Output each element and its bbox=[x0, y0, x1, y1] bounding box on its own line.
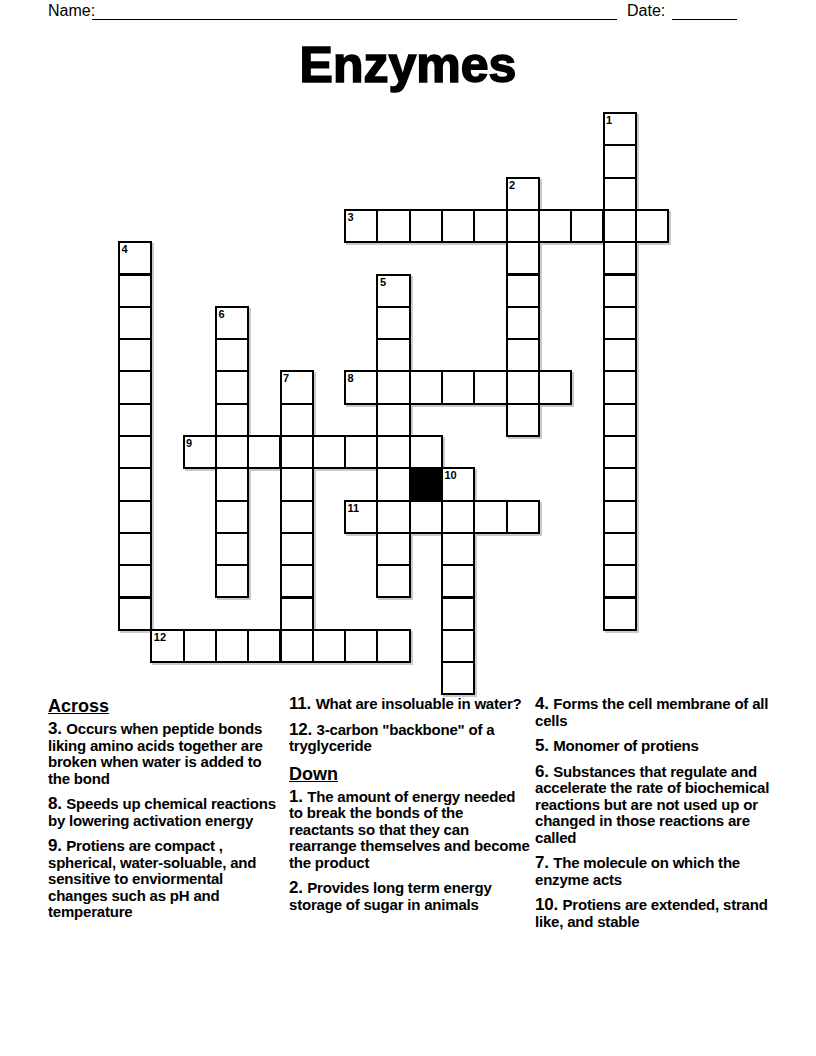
grid-cell[interactable] bbox=[506, 209, 540, 243]
grid-cell[interactable]: 12 bbox=[150, 629, 184, 663]
grid-cell[interactable] bbox=[473, 209, 507, 243]
grid-cell[interactable] bbox=[603, 435, 637, 469]
clue-text: Provides long term energy storage of sug… bbox=[289, 879, 492, 913]
cell-number: 4 bbox=[122, 243, 128, 255]
grid-cell[interactable] bbox=[506, 403, 540, 437]
date-blank-line[interactable] bbox=[672, 1, 737, 20]
grid-cell[interactable] bbox=[215, 403, 249, 437]
grid-cell[interactable] bbox=[376, 435, 410, 469]
grid-cell[interactable] bbox=[118, 338, 152, 372]
grid-cell[interactable]: 2 bbox=[506, 177, 540, 211]
grid-cell[interactable] bbox=[441, 564, 475, 598]
grid-cell[interactable] bbox=[215, 467, 249, 501]
grid-cell[interactable] bbox=[118, 500, 152, 534]
cell-number: 6 bbox=[218, 308, 224, 320]
grid-cell[interactable] bbox=[473, 370, 507, 404]
grid-cell[interactable] bbox=[118, 564, 152, 598]
date-label: Date: bbox=[627, 2, 665, 20]
name-blank-line[interactable] bbox=[92, 1, 617, 20]
grid-cell[interactable] bbox=[603, 306, 637, 340]
cell-number: 2 bbox=[509, 179, 515, 191]
grid-cell[interactable] bbox=[280, 564, 314, 598]
grid-cell[interactable] bbox=[570, 209, 604, 243]
grid-cell[interactable] bbox=[118, 403, 152, 437]
clue-number: 8. bbox=[48, 794, 66, 813]
clue-item: 5. Monomer of protiens bbox=[535, 738, 784, 755]
grid-cell[interactable] bbox=[538, 370, 572, 404]
grid-cell[interactable] bbox=[215, 500, 249, 534]
grid-cell[interactable] bbox=[506, 274, 540, 308]
cell-number: 1 bbox=[606, 114, 612, 126]
clue-text: Monomer of protiens bbox=[553, 737, 698, 754]
grid-cell[interactable] bbox=[280, 435, 314, 469]
clues-column-1: Across3. Occurs when peptide bonds likin… bbox=[48, 696, 286, 930]
grid-cell[interactable] bbox=[118, 274, 152, 308]
grid-cell[interactable] bbox=[376, 403, 410, 437]
grid-cell[interactable]: 10 bbox=[441, 467, 475, 501]
grid-cell[interactable] bbox=[506, 241, 540, 275]
grid-cell[interactable] bbox=[441, 661, 475, 695]
grid-cell[interactable] bbox=[312, 629, 346, 663]
clue-number: 11. bbox=[289, 694, 316, 713]
clue-item: 9. Protiens are compact , spherical, wat… bbox=[48, 838, 286, 921]
clue-item: 11. What are insoluable in water? bbox=[289, 696, 532, 713]
grid-cell[interactable] bbox=[603, 403, 637, 437]
grid-cell[interactable] bbox=[280, 467, 314, 501]
grid-cell[interactable] bbox=[506, 370, 540, 404]
clues-heading-down: Down bbox=[289, 764, 532, 784]
grid-cell[interactable] bbox=[344, 435, 378, 469]
grid-cell[interactable] bbox=[118, 597, 152, 631]
grid-cell[interactable] bbox=[118, 435, 152, 469]
clue-text: Occurs when peptide bonds liking amino a… bbox=[48, 720, 263, 787]
grid-cell[interactable] bbox=[376, 467, 410, 501]
grid-cell[interactable] bbox=[215, 338, 249, 372]
crossword-grid: 123456789101112 bbox=[118, 112, 670, 696]
grid-cell[interactable] bbox=[215, 370, 249, 404]
grid-cell[interactable] bbox=[441, 370, 475, 404]
grid-cell[interactable] bbox=[215, 564, 249, 598]
cell-number: 5 bbox=[380, 276, 386, 288]
grid-cell[interactable] bbox=[376, 564, 410, 598]
clue-item: 10. Protiens are extended, strand like, … bbox=[535, 897, 784, 930]
grid-cell[interactable] bbox=[441, 597, 475, 631]
grid-cell[interactable] bbox=[409, 500, 443, 534]
black-cell bbox=[409, 467, 443, 501]
grid-cell[interactable] bbox=[118, 370, 152, 404]
grid-cell[interactable] bbox=[441, 532, 475, 566]
grid-cell[interactable] bbox=[376, 370, 410, 404]
name-label: Name: bbox=[48, 2, 95, 20]
grid-cell[interactable]: 4 bbox=[118, 241, 152, 275]
clue-number: 4. bbox=[535, 694, 553, 713]
grid-cell[interactable] bbox=[215, 629, 249, 663]
grid-cell[interactable] bbox=[247, 435, 281, 469]
clue-text: Substances that regulate and accelerate … bbox=[535, 763, 769, 846]
grid-cell[interactable] bbox=[506, 500, 540, 534]
clue-number: 5. bbox=[535, 736, 553, 755]
grid-cell[interactable] bbox=[376, 629, 410, 663]
grid-cell[interactable] bbox=[280, 597, 314, 631]
cell-number: 3 bbox=[348, 211, 354, 223]
clue-item: 7. The molecule on which the enzyme acts bbox=[535, 855, 784, 888]
clue-item: 6. Substances that regulate and accelera… bbox=[535, 764, 784, 847]
grid-cell[interactable] bbox=[215, 532, 249, 566]
grid-cell[interactable] bbox=[603, 370, 637, 404]
grid-cell[interactable] bbox=[603, 338, 637, 372]
clue-number: 1. bbox=[289, 787, 307, 806]
grid-cell[interactable]: 1 bbox=[603, 112, 637, 146]
clues-column-2: 11. What are insoluable in water?12. 3-c… bbox=[289, 696, 532, 922]
grid-cell[interactable] bbox=[376, 306, 410, 340]
grid-cell[interactable] bbox=[473, 500, 507, 534]
grid-cell[interactable] bbox=[603, 597, 637, 631]
worksheet-page: { "game": "crossword", "title": "Enzymes… bbox=[0, 0, 816, 1056]
grid-cell[interactable] bbox=[280, 532, 314, 566]
grid-cell[interactable] bbox=[603, 177, 637, 211]
grid-cell[interactable] bbox=[603, 209, 637, 243]
grid-cell[interactable] bbox=[603, 274, 637, 308]
clue-text: 3-carbon "backbone" of a tryglyceride bbox=[289, 721, 494, 755]
grid-cell[interactable] bbox=[538, 209, 572, 243]
clue-text: What are insoluable in water? bbox=[316, 695, 522, 712]
grid-cell[interactable]: 11 bbox=[344, 500, 378, 534]
grid-cell[interactable] bbox=[603, 532, 637, 566]
grid-cell[interactable]: 5 bbox=[376, 274, 410, 308]
clue-number: 12. bbox=[289, 720, 317, 739]
grid-cell[interactable] bbox=[603, 241, 637, 275]
grid-cell[interactable] bbox=[506, 338, 540, 372]
grid-cell[interactable] bbox=[118, 532, 152, 566]
grid-cell[interactable] bbox=[118, 306, 152, 340]
clue-text: The amount of energy needed to break the… bbox=[289, 788, 530, 871]
clue-item: 2. Provides long term energy storage of … bbox=[289, 880, 532, 913]
grid-cell[interactable] bbox=[441, 209, 475, 243]
grid-cell[interactable] bbox=[312, 435, 346, 469]
cell-number: 9 bbox=[186, 437, 192, 449]
clues-column-3: 4. Forms the cell membrane of all cells5… bbox=[535, 696, 784, 939]
grid-cell[interactable] bbox=[441, 500, 475, 534]
grid-cell[interactable] bbox=[280, 629, 314, 663]
grid-cell[interactable] bbox=[603, 500, 637, 534]
grid-cell[interactable] bbox=[409, 370, 443, 404]
grid-cell[interactable] bbox=[118, 467, 152, 501]
clue-item: 1. The amount of energy needed to break … bbox=[289, 789, 532, 872]
grid-cell[interactable] bbox=[409, 209, 443, 243]
grid-cell[interactable]: 7 bbox=[280, 370, 314, 404]
grid-cell[interactable]: 3 bbox=[344, 209, 378, 243]
grid-cell[interactable] bbox=[506, 306, 540, 340]
clue-number: 2. bbox=[289, 878, 307, 897]
clue-text: Speeds up chemical reactions by lowering… bbox=[48, 795, 276, 829]
cell-number: 11 bbox=[348, 502, 360, 514]
grid-cell[interactable] bbox=[376, 338, 410, 372]
clue-number: 6. bbox=[535, 762, 553, 781]
clues-heading-across: Across bbox=[48, 696, 286, 716]
grid-cell[interactable] bbox=[280, 403, 314, 437]
clue-number: 7. bbox=[535, 853, 553, 872]
grid-cell[interactable] bbox=[409, 435, 443, 469]
clue-number: 10. bbox=[535, 895, 563, 914]
cell-number: 8 bbox=[348, 372, 354, 384]
grid-cell[interactable] bbox=[603, 564, 637, 598]
clue-item: 4. Forms the cell membrane of all cells bbox=[535, 696, 784, 729]
grid-cell[interactable]: 9 bbox=[183, 435, 217, 469]
clue-item: 12. 3-carbon "backbone" of a tryglycerid… bbox=[289, 722, 532, 755]
clue-number: 3. bbox=[48, 719, 66, 738]
cell-number: 10 bbox=[445, 469, 457, 481]
clue-text: Forms the cell membrane of all cells bbox=[535, 695, 768, 729]
cell-number: 7 bbox=[283, 372, 289, 384]
grid-cell[interactable] bbox=[215, 435, 249, 469]
clue-item: 8. Speeds up chemical reactions by lower… bbox=[48, 796, 286, 829]
clue-text: The molecule on which the enzyme acts bbox=[535, 854, 740, 888]
grid-cell[interactable] bbox=[635, 209, 669, 243]
clue-item: 3. Occurs when peptide bonds liking amin… bbox=[48, 721, 286, 787]
grid-cell[interactable]: 6 bbox=[215, 306, 249, 340]
grid-cell[interactable] bbox=[376, 532, 410, 566]
puzzle-title: Enzymes bbox=[0, 36, 816, 94]
grid-cell[interactable] bbox=[376, 500, 410, 534]
grid-cell[interactable] bbox=[344, 629, 378, 663]
grid-cell[interactable]: 8 bbox=[344, 370, 378, 404]
grid-cell[interactable] bbox=[280, 500, 314, 534]
grid-cell[interactable] bbox=[441, 629, 475, 663]
clue-text: Protiens are compact , spherical, water-… bbox=[48, 837, 256, 920]
grid-cell[interactable] bbox=[183, 629, 217, 663]
clue-number: 9. bbox=[48, 836, 66, 855]
grid-cell[interactable] bbox=[603, 144, 637, 178]
grid-cell[interactable] bbox=[376, 209, 410, 243]
grid-cell[interactable] bbox=[247, 629, 281, 663]
cell-number: 12 bbox=[154, 631, 166, 643]
clue-text: Protiens are extended, strand like, and … bbox=[535, 896, 768, 930]
grid-cell[interactable] bbox=[603, 467, 637, 501]
